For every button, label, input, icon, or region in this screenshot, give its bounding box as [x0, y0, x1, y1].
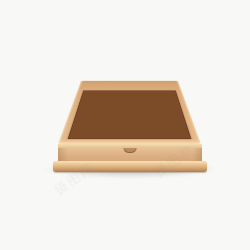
- pieces-layer: [0, 0, 250, 250]
- photo-stage: 摄图网 摄图网: [0, 0, 250, 250]
